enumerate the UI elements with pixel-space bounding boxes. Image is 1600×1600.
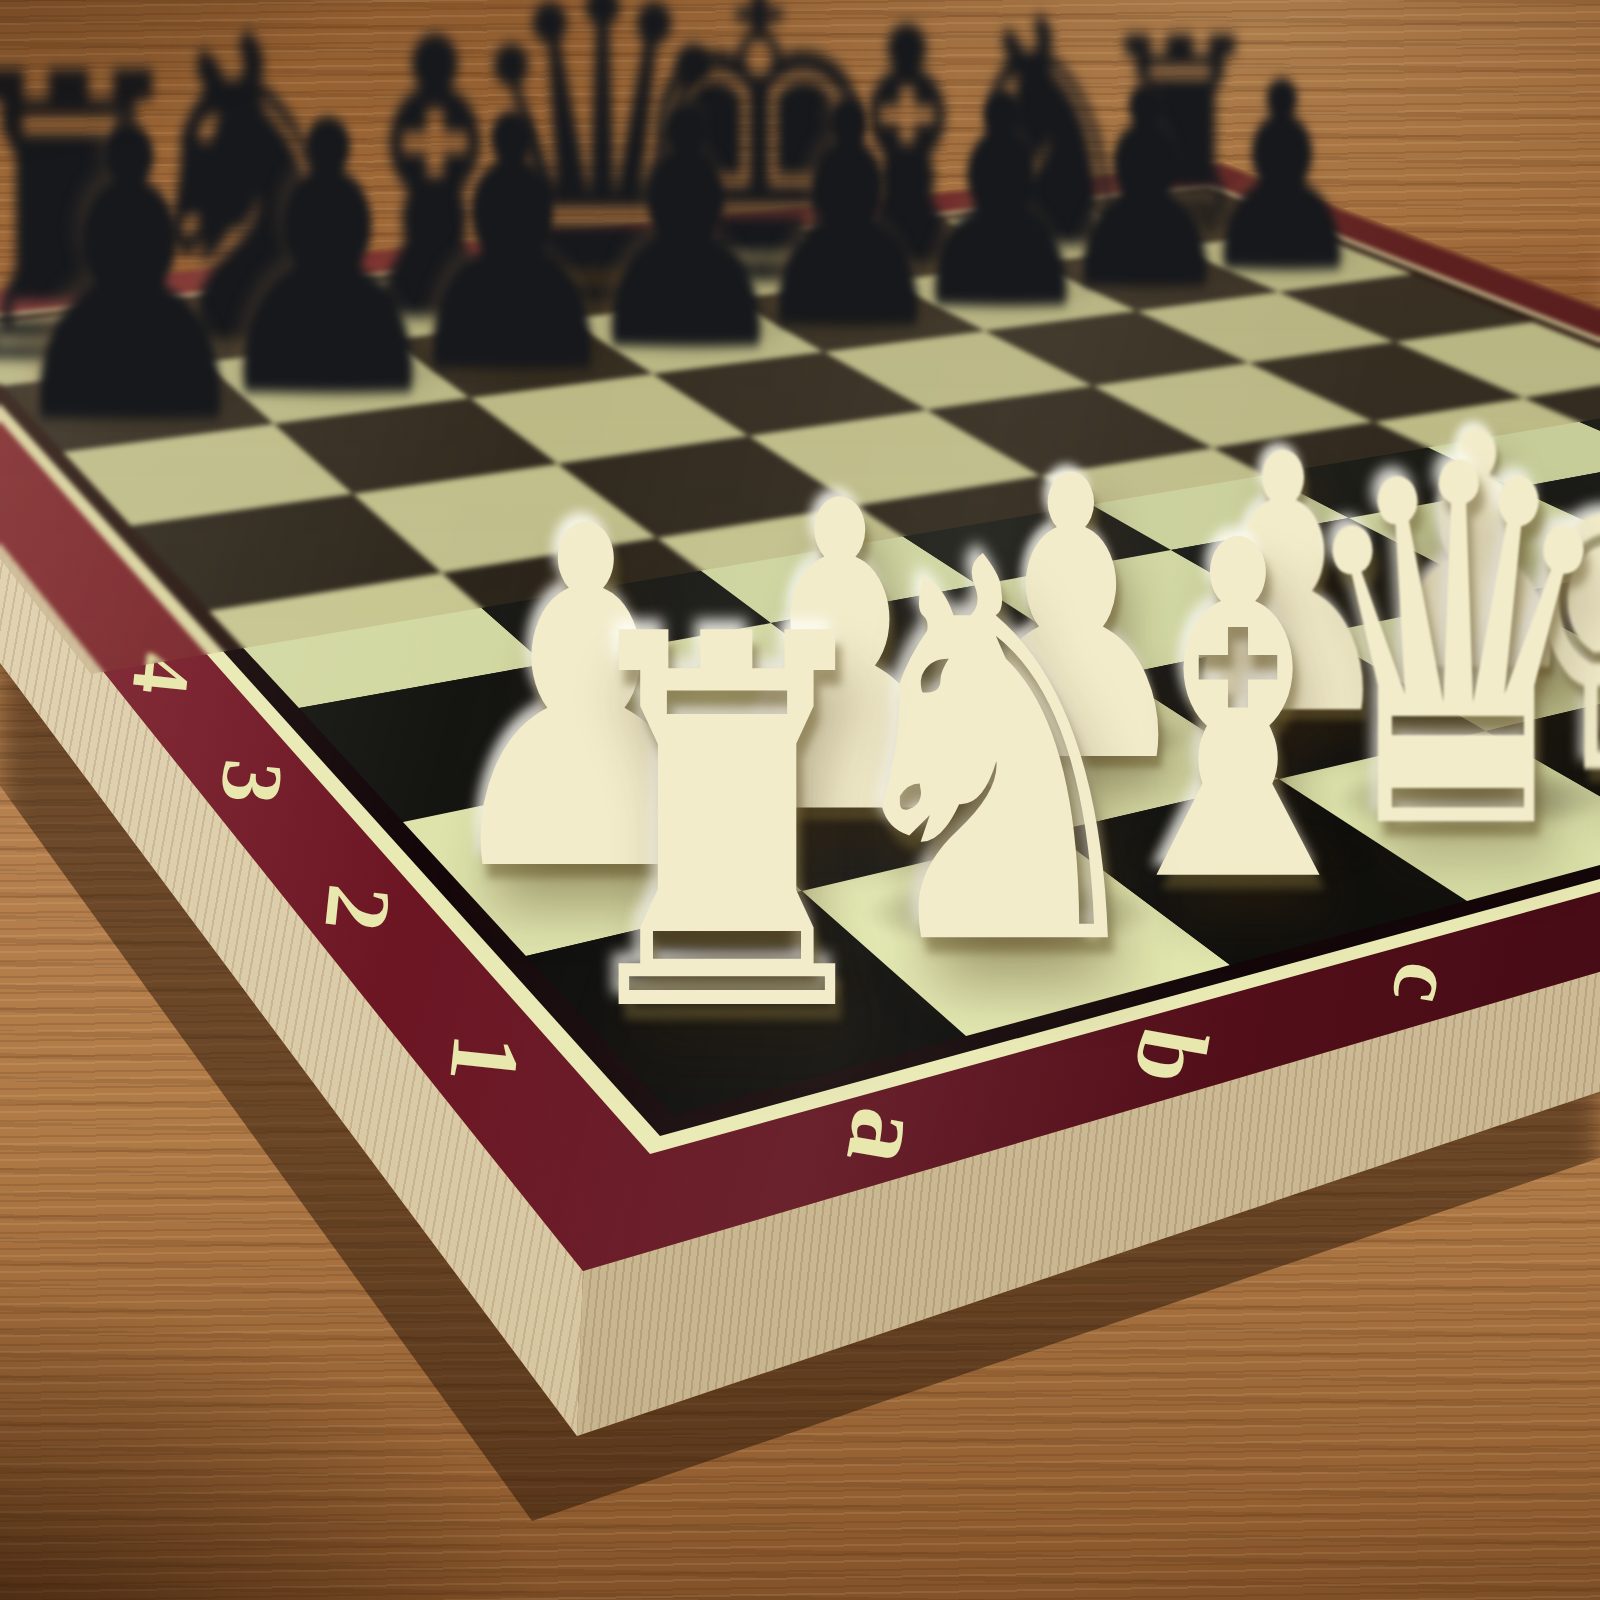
square-c8 xyxy=(0,0,1600,1600)
piece-shadow-a7 xyxy=(31,371,252,427)
piece-black-rook-h8: ♜ xyxy=(1092,5,1267,266)
table-wood-grain xyxy=(0,0,1600,1600)
square-f8 xyxy=(0,0,1600,1600)
piece-shadow-g8 xyxy=(970,207,1143,251)
square-d2 xyxy=(0,0,1600,1600)
square-g6 xyxy=(0,0,1600,1600)
piece-shadow-f2 xyxy=(1582,591,1600,633)
square-f2 xyxy=(0,0,1600,1600)
square-d4 xyxy=(0,0,1600,1600)
square-h4 xyxy=(0,0,1600,1600)
board-gloss-sheen xyxy=(0,0,1600,1600)
piece-shadow-a2 xyxy=(470,810,728,876)
table-background xyxy=(0,0,1600,1600)
file-label-c: c xyxy=(1372,955,1478,1011)
piece-shadow-e8 xyxy=(661,234,878,289)
square-h3 xyxy=(0,0,1600,1600)
square-h7 xyxy=(0,0,1600,1600)
piece-shadow-d8 xyxy=(496,249,731,309)
piece-white-pawn-a2: ♟ xyxy=(428,468,743,937)
piece-shadow-c2 xyxy=(975,711,1189,765)
square-d8 xyxy=(0,0,1600,1600)
piece-white-knight-b1: ♞ xyxy=(818,492,1172,1018)
piece-white-bishop-c1: ♝ xyxy=(1082,482,1394,946)
square-g8 xyxy=(0,0,1600,1600)
square-h1 xyxy=(0,0,1600,1600)
piece-shadow-c8 xyxy=(339,271,552,325)
square-a8 xyxy=(0,0,1600,1600)
square-c7 xyxy=(0,0,1600,1600)
file-label-a: a xyxy=(820,1099,954,1175)
piece-black-pawn-b7: ♟ xyxy=(202,73,455,449)
square-g2 xyxy=(0,0,1600,1600)
square-b3 xyxy=(0,0,1600,1600)
piece-white-pawn-b2: ♟ xyxy=(697,447,983,873)
piece-shadow-h8 xyxy=(1115,196,1259,233)
square-a4 xyxy=(0,0,1600,1600)
piece-white-pawn-d2: ♟ xyxy=(1163,408,1402,764)
piece-shadow-b2 xyxy=(735,758,969,818)
piece-white-pawn-c2: ♟ xyxy=(940,427,1202,816)
piece-shadow-b1 xyxy=(865,876,1154,950)
photo-scene: abc1234♜♞♝♟♚♟♛♟♝♟♞♟♜♟♟♟♟♟♟♜♟♞♟♝♟♚♟♛♟♝♞♜ xyxy=(0,0,1600,1600)
piece-black-pawn-d7: ♟ xyxy=(575,66,797,396)
piece-black-pawn-c7: ♟ xyxy=(394,69,631,421)
piece-black-king-e8: ♚ xyxy=(627,0,892,340)
plywood-front-edge xyxy=(0,0,1600,1600)
square-c5 xyxy=(0,0,1600,1600)
square-e3 xyxy=(0,0,1600,1600)
square-f4 xyxy=(0,0,1600,1600)
square-a2 xyxy=(0,0,1600,1600)
square-f3 xyxy=(0,0,1600,1600)
board-cast-shadow xyxy=(0,0,1600,1600)
square-e7 xyxy=(0,0,1600,1600)
piece-black-pawn-g7: ♟ xyxy=(1053,53,1238,328)
rank-label-2: 2 xyxy=(303,880,412,936)
piece-shadow-g7 xyxy=(1077,254,1229,293)
rank-label-1: 1 xyxy=(427,1029,542,1089)
square-b1 xyxy=(0,0,1600,1600)
piece-shadow-c1 xyxy=(1123,821,1378,886)
square-e1 xyxy=(0,0,1600,1600)
square-f1 xyxy=(0,0,1600,1600)
board-border xyxy=(0,0,1600,1600)
square-d7 xyxy=(0,0,1600,1600)
square-h6 xyxy=(0,0,1600,1600)
piece-shadow-f8 xyxy=(827,223,1005,268)
piece-shadow-e2 xyxy=(1396,628,1576,674)
square-d6 xyxy=(0,0,1600,1600)
square-c1 xyxy=(0,0,1600,1600)
piece-black-queen-d8: ♛ xyxy=(458,0,745,364)
square-h2 xyxy=(0,0,1600,1600)
pinstripe xyxy=(0,0,1600,1600)
square-f5 xyxy=(0,0,1600,1600)
square-d1 xyxy=(0,0,1600,1600)
square-g1 xyxy=(0,0,1600,1600)
square-e5 xyxy=(0,0,1600,1600)
piece-white-rook-a1: ♜ xyxy=(555,570,900,1083)
square-b6 xyxy=(0,0,1600,1600)
piece-shadow-f7 xyxy=(929,271,1090,312)
square-f7 xyxy=(0,0,1600,1600)
piece-black-pawn-f7: ♟ xyxy=(903,57,1099,349)
piece-white-king-e1: ♚ xyxy=(1510,394,1600,838)
piece-shadow-h7 xyxy=(1218,238,1361,274)
piece-shadow-e1 xyxy=(1549,718,1600,780)
square-a6 xyxy=(0,0,1600,1600)
piece-black-bishop-f8: ♝ xyxy=(798,0,1016,310)
square-a7 xyxy=(0,0,1600,1600)
piece-shadow-d2 xyxy=(1195,668,1391,718)
piece-shadow-b7 xyxy=(235,348,442,401)
rank-label-4: 4 xyxy=(113,649,210,699)
corner-vignette xyxy=(0,0,1600,1600)
piece-shadow-a8 xyxy=(0,312,188,367)
piece-black-pawn-a7: ♟ xyxy=(0,77,265,479)
piece-white-pawn-f2: ♟ xyxy=(1555,370,1600,672)
square-b2 xyxy=(0,0,1600,1600)
square-h8 xyxy=(0,0,1600,1600)
piece-shadow-d7 xyxy=(605,307,786,353)
square-e2 xyxy=(0,0,1600,1600)
square-c3 xyxy=(0,0,1600,1600)
background-table-edge-blur xyxy=(0,0,1600,1600)
square-a3 xyxy=(0,0,1600,1600)
square-g5 xyxy=(0,0,1600,1600)
piece-black-pawn-e7: ♟ xyxy=(744,62,952,372)
square-f6 xyxy=(0,0,1600,1600)
piece-shadow-c7 xyxy=(425,327,619,376)
piece-black-rook-a8: ♜ xyxy=(0,23,202,418)
piece-black-pawn-h7: ♟ xyxy=(1195,48,1370,308)
file-label-b: b xyxy=(1112,1020,1231,1092)
plywood-left-edge xyxy=(0,0,1600,1600)
square-a5 xyxy=(0,0,1600,1600)
piece-shadow-a1 xyxy=(600,944,882,1016)
piece-shadow-d1 xyxy=(1335,765,1600,834)
square-e4 xyxy=(0,0,1600,1600)
piece-white-queen-d1: ♛ xyxy=(1291,402,1600,898)
square-g7 xyxy=(0,0,1600,1600)
square-d3 xyxy=(0,0,1600,1600)
square-e8 xyxy=(0,0,1600,1600)
piece-black-bishop-c8: ♝ xyxy=(305,0,565,375)
board-inner-frame xyxy=(0,0,1600,1600)
piece-white-pawn-e2: ♟ xyxy=(1367,389,1587,716)
square-e6 xyxy=(0,0,1600,1600)
rank-label-3: 3 xyxy=(200,755,304,808)
square-b4 xyxy=(0,0,1600,1600)
square-b7 xyxy=(0,0,1600,1600)
piece-black-knight-b8: ♞ xyxy=(116,0,400,402)
square-d5 xyxy=(0,0,1600,1600)
square-c2 xyxy=(0,0,1600,1600)
square-b5 xyxy=(0,0,1600,1600)
piece-shadow-e7 xyxy=(771,289,942,332)
depth-of-field-haze xyxy=(0,0,1600,1600)
square-g4 xyxy=(0,0,1600,1600)
piece-black-knight-g8: ♞ xyxy=(942,0,1153,292)
square-c6 xyxy=(0,0,1600,1600)
square-a1 xyxy=(0,0,1600,1600)
square-g3 xyxy=(0,0,1600,1600)
square-c4 xyxy=(0,0,1600,1600)
square-b8 xyxy=(0,0,1600,1600)
piece-shadow-b8 xyxy=(154,289,386,348)
square-h5 xyxy=(0,0,1600,1600)
chess-board: abc1234♜♞♝♟♚♟♛♟♝♟♞♟♜♟♟♟♟♟♟♜♟♞♟♝♟♚♟♛♟♝♞♜ xyxy=(0,0,1600,1600)
